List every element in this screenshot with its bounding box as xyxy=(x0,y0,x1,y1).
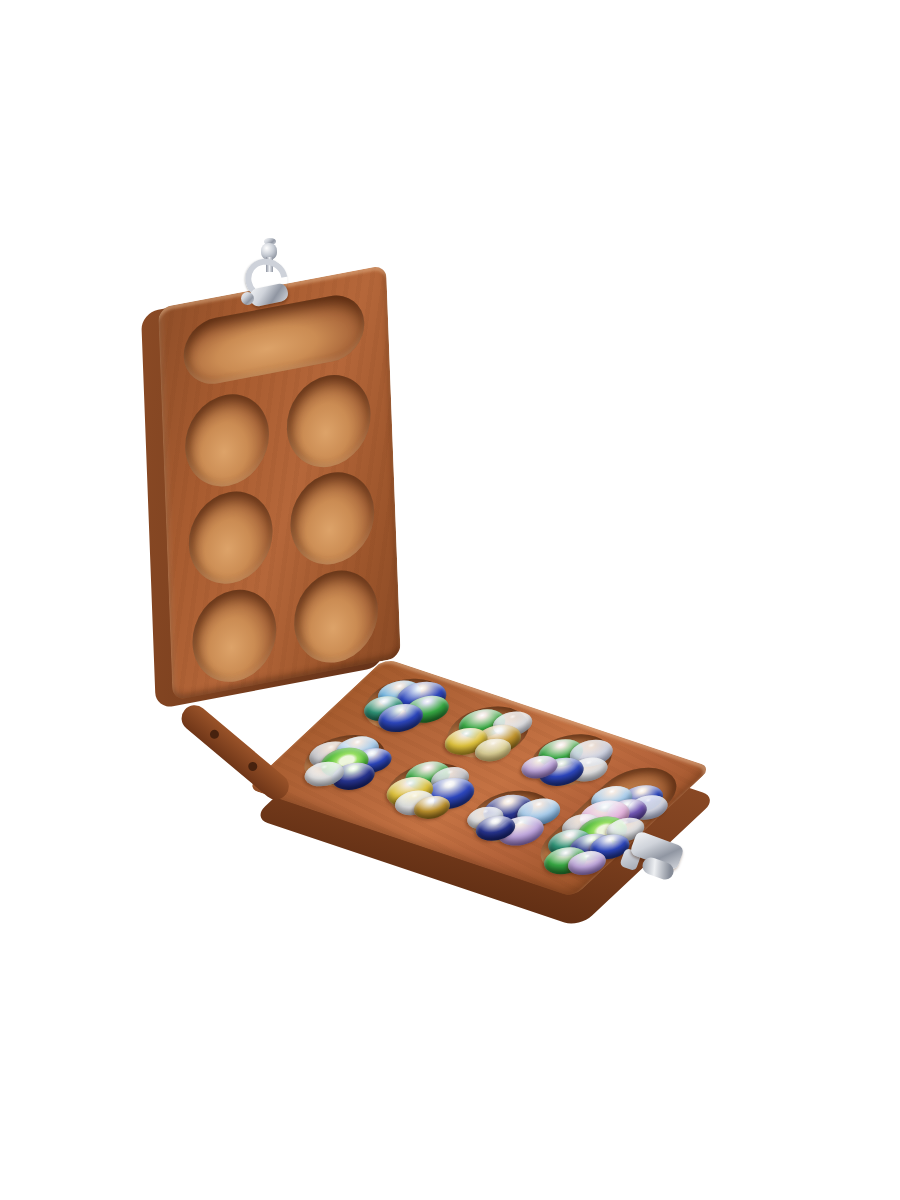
lid-half xyxy=(158,265,401,701)
lid-pit-6[interactable] xyxy=(292,564,379,671)
lid-pit-grid xyxy=(174,363,388,695)
lid-pit-2[interactable] xyxy=(285,368,372,475)
lid-pit-4[interactable] xyxy=(288,466,375,573)
hinge-pin-icon xyxy=(246,760,259,773)
top-latch-icon xyxy=(238,236,304,316)
hinge-pin-icon xyxy=(208,728,221,741)
side-latch-icon xyxy=(622,832,698,894)
wood-hinge xyxy=(176,700,294,805)
latch-lobe-icon xyxy=(241,292,254,305)
base-pit-far-1[interactable] xyxy=(348,670,462,738)
lid-pit-5[interactable] xyxy=(190,583,277,690)
base-pit-near-1[interactable] xyxy=(288,727,402,795)
lid-pit-1[interactable] xyxy=(183,387,270,494)
lid-pit-3[interactable] xyxy=(187,485,274,592)
mancala-product-photo xyxy=(0,0,900,1200)
